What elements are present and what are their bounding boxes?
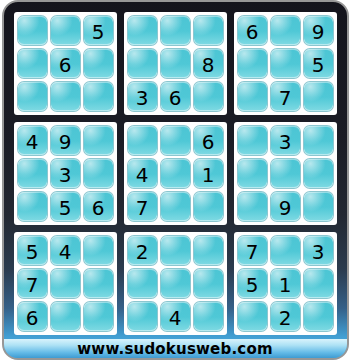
cell-r4c7[interactable] xyxy=(238,126,267,155)
given-digit: 9 xyxy=(312,22,325,42)
given-digit: 3 xyxy=(279,132,292,152)
cell-r6c3[interactable]: 6 xyxy=(84,192,113,221)
cell-r3c3[interactable] xyxy=(84,82,113,111)
cell-r7c1[interactable]: 5 xyxy=(18,236,47,265)
cell-r5c6[interactable]: 1 xyxy=(194,159,223,188)
cell-r4c3[interactable] xyxy=(84,126,113,155)
cell-r9c1[interactable]: 6 xyxy=(18,302,47,331)
given-digit: 5 xyxy=(312,55,325,75)
cell-r8c6[interactable] xyxy=(194,269,223,298)
cell-r3c4[interactable]: 3 xyxy=(128,82,157,111)
cell-r1c9[interactable]: 9 xyxy=(304,16,333,45)
cell-r2c9[interactable]: 5 xyxy=(304,49,333,78)
cell-r5c9[interactable] xyxy=(304,159,333,188)
cell-r7c9[interactable]: 3 xyxy=(304,236,333,265)
given-digit: 4 xyxy=(59,242,72,262)
cell-r2c4[interactable] xyxy=(128,49,157,78)
block-1-3: 6957 xyxy=(234,12,337,115)
given-digit: 6 xyxy=(202,132,215,152)
site-url-link[interactable]: www.sudokusweb.com xyxy=(77,340,272,358)
cell-r7c2[interactable]: 4 xyxy=(51,236,80,265)
cell-r1c6[interactable] xyxy=(194,16,223,45)
cell-r4c4[interactable] xyxy=(128,126,157,155)
cell-r5c4[interactable]: 4 xyxy=(128,159,157,188)
given-digit: 5 xyxy=(92,22,105,42)
cell-r9c2[interactable] xyxy=(51,302,80,331)
given-digit: 4 xyxy=(26,132,39,152)
cell-r8c9[interactable] xyxy=(304,269,333,298)
given-digit: 6 xyxy=(169,88,182,108)
cell-r2c3[interactable] xyxy=(84,49,113,78)
cell-r4c2[interactable]: 9 xyxy=(51,126,80,155)
given-digit: 6 xyxy=(92,198,105,218)
block-1-1: 56 xyxy=(14,12,117,115)
cell-r9c5[interactable]: 4 xyxy=(161,302,190,331)
sudoku-frame: 5683669574935664173954762473512 www.sudo… xyxy=(2,0,349,360)
cell-r6c1[interactable] xyxy=(18,192,47,221)
cell-r2c7[interactable] xyxy=(238,49,267,78)
cell-r5c8[interactable] xyxy=(271,159,300,188)
cell-r6c4[interactable]: 7 xyxy=(128,192,157,221)
given-digit: 5 xyxy=(26,242,39,262)
given-digit: 2 xyxy=(136,242,149,262)
cell-r1c3[interactable]: 5 xyxy=(84,16,113,45)
cell-r1c2[interactable] xyxy=(51,16,80,45)
cell-r8c5[interactable] xyxy=(161,269,190,298)
cell-r7c4[interactable]: 2 xyxy=(128,236,157,265)
cell-r8c1[interactable]: 7 xyxy=(18,269,47,298)
cell-r9c9[interactable] xyxy=(304,302,333,331)
cell-r5c5[interactable] xyxy=(161,159,190,188)
cell-r1c7[interactable]: 6 xyxy=(238,16,267,45)
cell-r1c8[interactable] xyxy=(271,16,300,45)
cell-r5c1[interactable] xyxy=(18,159,47,188)
cell-r7c5[interactable] xyxy=(161,236,190,265)
cell-r9c4[interactable] xyxy=(128,302,157,331)
block-2-3: 39 xyxy=(234,122,337,225)
cell-r2c5[interactable] xyxy=(161,49,190,78)
cell-r3c6[interactable] xyxy=(194,82,223,111)
block-3-1: 5476 xyxy=(14,232,117,335)
given-digit: 9 xyxy=(279,198,292,218)
cell-r3c9[interactable] xyxy=(304,82,333,111)
block-1-2: 836 xyxy=(124,12,227,115)
cell-r5c7[interactable] xyxy=(238,159,267,188)
given-digit: 3 xyxy=(59,165,72,185)
cell-r4c8[interactable]: 3 xyxy=(271,126,300,155)
given-digit: 9 xyxy=(59,132,72,152)
cell-r9c3[interactable] xyxy=(84,302,113,331)
cell-r3c1[interactable] xyxy=(18,82,47,111)
given-digit: 3 xyxy=(136,88,149,108)
given-digit: 7 xyxy=(26,275,39,295)
cell-r7c8[interactable] xyxy=(271,236,300,265)
cell-r3c7[interactable] xyxy=(238,82,267,111)
block-3-2: 24 xyxy=(124,232,227,335)
given-digit: 1 xyxy=(279,275,292,295)
cell-r8c4[interactable] xyxy=(128,269,157,298)
cell-r4c6[interactable]: 6 xyxy=(194,126,223,155)
cell-r5c3[interactable] xyxy=(84,159,113,188)
cell-r6c7[interactable] xyxy=(238,192,267,221)
cell-r9c8[interactable]: 2 xyxy=(271,302,300,331)
cell-r2c8[interactable] xyxy=(271,49,300,78)
cell-r1c1[interactable] xyxy=(18,16,47,45)
cell-r8c7[interactable]: 5 xyxy=(238,269,267,298)
given-digit: 8 xyxy=(202,55,215,75)
block-2-1: 49356 xyxy=(14,122,117,225)
cell-r4c5[interactable] xyxy=(161,126,190,155)
cell-r7c6[interactable] xyxy=(194,236,223,265)
given-digit: 6 xyxy=(26,308,39,328)
block-3-3: 73512 xyxy=(234,232,337,335)
cell-r6c2[interactable]: 5 xyxy=(51,192,80,221)
given-digit: 4 xyxy=(136,165,149,185)
given-digit: 2 xyxy=(279,308,292,328)
footer-band: www.sudokusweb.com xyxy=(4,339,347,358)
cell-r5c2[interactable]: 3 xyxy=(51,159,80,188)
cell-r1c4[interactable] xyxy=(128,16,157,45)
cell-r2c1[interactable] xyxy=(18,49,47,78)
cell-r3c5[interactable]: 6 xyxy=(161,82,190,111)
cell-r7c3[interactable] xyxy=(84,236,113,265)
given-digit: 7 xyxy=(136,198,149,218)
cell-r3c2[interactable] xyxy=(51,82,80,111)
cell-r6c8[interactable]: 9 xyxy=(271,192,300,221)
sudoku-board: 5683669574935664173954762473512 xyxy=(14,12,337,335)
cell-r6c6[interactable] xyxy=(194,192,223,221)
cell-r4c9[interactable] xyxy=(304,126,333,155)
cell-r3c8[interactable]: 7 xyxy=(271,82,300,111)
given-digit: 6 xyxy=(59,55,72,75)
cell-r8c8[interactable]: 1 xyxy=(271,269,300,298)
given-digit: 7 xyxy=(279,88,292,108)
block-2-2: 6417 xyxy=(124,122,227,225)
cell-r8c3[interactable] xyxy=(84,269,113,298)
cell-r2c6[interactable]: 8 xyxy=(194,49,223,78)
given-digit: 4 xyxy=(169,308,182,328)
given-digit: 7 xyxy=(246,242,259,262)
given-digit: 5 xyxy=(246,275,259,295)
cell-r2c2[interactable]: 6 xyxy=(51,49,80,78)
cell-r9c7[interactable] xyxy=(238,302,267,331)
given-digit: 6 xyxy=(246,22,259,42)
cell-r8c2[interactable] xyxy=(51,269,80,298)
cell-r4c1[interactable]: 4 xyxy=(18,126,47,155)
cell-r7c7[interactable]: 7 xyxy=(238,236,267,265)
cell-r9c6[interactable] xyxy=(194,302,223,331)
cell-r1c5[interactable] xyxy=(161,16,190,45)
cell-r6c5[interactable] xyxy=(161,192,190,221)
given-digit: 5 xyxy=(59,198,72,218)
given-digit: 3 xyxy=(312,242,325,262)
cell-r6c9[interactable] xyxy=(304,192,333,221)
given-digit: 1 xyxy=(202,165,215,185)
